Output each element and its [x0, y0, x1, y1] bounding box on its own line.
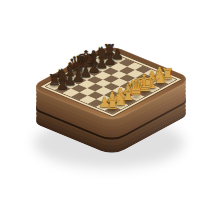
product-photo: ♜♞♝♛♚♝♞♜♟♟♟♟♟♟♟♟♟♟♟♟♟♟♟♟♜♞♝♛♚♝♞♜ — [0, 0, 210, 210]
square-a1[interactable]: ♜ — [104, 106, 120, 114]
piece-black-pawn[interactable]: ♟ — [56, 77, 69, 91]
piece-white-rook[interactable]: ♜ — [106, 97, 119, 112]
